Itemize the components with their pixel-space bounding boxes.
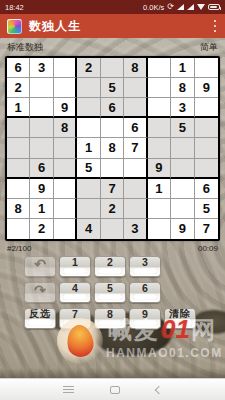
cell-r6c1[interactable] <box>7 159 30 179</box>
cell-r7c3[interactable] <box>54 179 77 199</box>
cell-r4c2[interactable] <box>30 118 53 138</box>
signal-sim2-icon <box>187 4 194 10</box>
cell-r5c5[interactable]: 8 <box>101 138 124 158</box>
cell-r4c7[interactable] <box>148 118 171 138</box>
cell-r2c9[interactable]: 9 <box>195 78 218 98</box>
cell-r7c8[interactable] <box>171 179 194 199</box>
cell-r3c6[interactable] <box>124 98 147 118</box>
mode-label: 标准数独 <box>7 41 43 54</box>
cell-r9c1[interactable] <box>7 219 30 239</box>
cell-r1c6[interactable]: 8 <box>124 58 147 78</box>
home-icon[interactable] <box>110 386 120 394</box>
cell-r1c7[interactable] <box>148 58 171 78</box>
cell-r6c7[interactable]: 9 <box>148 159 171 179</box>
title-bar: 数独人生 <box>0 14 225 38</box>
puzzle-number: #2/100 <box>7 244 31 253</box>
cell-r5c1[interactable] <box>7 138 30 158</box>
cell-r6c3[interactable] <box>54 159 77 179</box>
cell-r8c8[interactable] <box>171 199 194 219</box>
cell-r7c6[interactable] <box>124 179 147 199</box>
battery-icon <box>208 4 220 10</box>
cell-r4c5[interactable] <box>101 118 124 138</box>
cell-r1c8[interactable]: 1 <box>171 58 194 78</box>
cell-r8c2[interactable]: 1 <box>30 199 53 219</box>
cell-r9c8[interactable]: 9 <box>171 219 194 239</box>
back-icon[interactable] <box>155 385 163 393</box>
cell-r8c3[interactable] <box>54 199 77 219</box>
cell-r9c6[interactable]: 3 <box>124 219 147 239</box>
cell-r4c6[interactable]: 6 <box>124 118 147 138</box>
cell-r9c2[interactable]: 2 <box>30 219 53 239</box>
cell-r2c2[interactable] <box>30 78 53 98</box>
signal-sim1-icon <box>177 4 184 10</box>
cell-r1c3[interactable] <box>54 58 77 78</box>
number-keypad: ↶123↷456反选789清除 <box>24 256 196 329</box>
cell-r7c2[interactable]: 9 <box>30 179 53 199</box>
nav-bar <box>0 378 225 400</box>
cell-r4c9[interactable] <box>195 118 218 138</box>
cell-r1c9[interactable] <box>195 58 218 78</box>
cell-r1c2[interactable]: 3 <box>30 58 53 78</box>
undo-button[interactable]: ↶ <box>24 256 56 277</box>
cell-r6c2[interactable]: 6 <box>30 159 53 179</box>
cell-r5c8[interactable] <box>171 138 194 158</box>
cell-r2c5[interactable]: 5 <box>101 78 124 98</box>
cell-r1c4[interactable]: 2 <box>77 58 100 78</box>
cell-r9c5[interactable] <box>101 219 124 239</box>
cell-r5c9[interactable] <box>195 138 218 158</box>
cell-r8c1[interactable]: 8 <box>7 199 30 219</box>
cell-r6c8[interactable] <box>171 159 194 179</box>
cell-r7c1[interactable] <box>7 179 30 199</box>
wifi-icon <box>197 4 205 10</box>
cell-r3c1[interactable]: 1 <box>7 98 30 118</box>
cell-r7c5[interactable]: 7 <box>101 179 124 199</box>
cell-r6c9[interactable] <box>195 159 218 179</box>
status-time: 18:42 <box>5 3 24 12</box>
cell-r3c3[interactable]: 9 <box>54 98 77 118</box>
shadow-strip <box>0 368 225 378</box>
cell-r6c4[interactable]: 5 <box>77 159 100 179</box>
stone-decoration <box>192 310 225 334</box>
cell-r4c3[interactable]: 8 <box>54 118 77 138</box>
digit-6-button[interactable]: 6 <box>129 282 161 303</box>
recents-icon[interactable] <box>63 386 74 394</box>
cell-r9c3[interactable] <box>54 219 77 239</box>
timer: 00:09 <box>198 244 218 253</box>
cell-r5c3[interactable] <box>54 138 77 158</box>
cell-r9c7[interactable] <box>148 219 171 239</box>
cell-r8c5[interactable]: 2 <box>101 199 124 219</box>
app-icon <box>7 19 22 34</box>
cell-r7c7[interactable]: 1 <box>148 179 171 199</box>
cell-r4c1[interactable] <box>7 118 30 138</box>
cell-r2c6[interactable] <box>124 78 147 98</box>
digit-5-button[interactable]: 5 <box>94 282 126 303</box>
digit-1-button[interactable]: 1 <box>59 256 91 277</box>
sudoku-board: 63281258919638651876599716812524397 <box>5 56 220 241</box>
net-speed: 0.0K/s <box>143 3 164 12</box>
app-title: 数独人生 <box>29 18 81 35</box>
info-row: #2/100 00:09 <box>0 242 225 254</box>
cell-r6c5[interactable] <box>101 159 124 179</box>
cell-r9c9[interactable]: 7 <box>195 219 218 239</box>
digit-3-button[interactable]: 3 <box>129 256 161 277</box>
cell-r3c7[interactable] <box>148 98 171 118</box>
cell-r6c6[interactable] <box>124 159 147 179</box>
redo-button[interactable]: ↷ <box>24 282 56 303</box>
cell-r1c1[interactable]: 6 <box>7 58 30 78</box>
phone-screen: 18:42 0.0K/s ⟳ 数独人生 标准数独 简单 632812589196… <box>0 0 225 400</box>
cell-r8c6[interactable] <box>124 199 147 219</box>
clear-button[interactable]: 清除 <box>164 308 196 329</box>
digit-7-button[interactable]: 7 <box>59 308 91 329</box>
status-bar: 18:42 0.0K/s ⟳ <box>0 0 225 14</box>
cell-r2c7[interactable] <box>148 78 171 98</box>
cell-r4c4[interactable] <box>77 118 100 138</box>
data-sync-icon: ⟳ <box>167 3 174 11</box>
digit-8-button[interactable]: 8 <box>94 308 126 329</box>
difficulty-label: 简单 <box>200 41 218 54</box>
digit-4-button[interactable]: 4 <box>59 282 91 303</box>
cell-r5c2[interactable] <box>30 138 53 158</box>
cell-r7c4[interactable] <box>77 179 100 199</box>
cell-r2c4[interactable] <box>77 78 100 98</box>
digit-2-button[interactable]: 2 <box>94 256 126 277</box>
overflow-menu-icon[interactable] <box>212 17 219 36</box>
cell-r5c6[interactable]: 7 <box>124 138 147 158</box>
cell-r8c9[interactable]: 5 <box>195 199 218 219</box>
cell-r3c2[interactable] <box>30 98 53 118</box>
cell-r3c4[interactable] <box>77 98 100 118</box>
cell-r3c9[interactable] <box>195 98 218 118</box>
cell-r5c7[interactable] <box>148 138 171 158</box>
cell-r3c5[interactable]: 6 <box>101 98 124 118</box>
cell-r8c7[interactable] <box>148 199 171 219</box>
cell-r2c8[interactable]: 8 <box>171 78 194 98</box>
cell-r8c4[interactable] <box>77 199 100 219</box>
cell-r3c8[interactable]: 3 <box>171 98 194 118</box>
cell-r2c3[interactable] <box>54 78 77 98</box>
cell-r2c1[interactable]: 2 <box>7 78 30 98</box>
invert-selection-button[interactable]: 反选 <box>24 308 56 329</box>
cell-r1c5[interactable] <box>101 58 124 78</box>
zen-sand-background: 标准数独 简单 63281258919638651876599716812524… <box>0 38 225 378</box>
digit-9-button[interactable]: 9 <box>129 308 161 329</box>
cell-r7c9[interactable]: 6 <box>195 179 218 199</box>
cell-r4c8[interactable]: 5 <box>171 118 194 138</box>
cell-r9c4[interactable]: 4 <box>77 219 100 239</box>
game-mode-bar: 标准数独 简单 <box>0 38 225 56</box>
cell-r5c4[interactable]: 1 <box>77 138 100 158</box>
